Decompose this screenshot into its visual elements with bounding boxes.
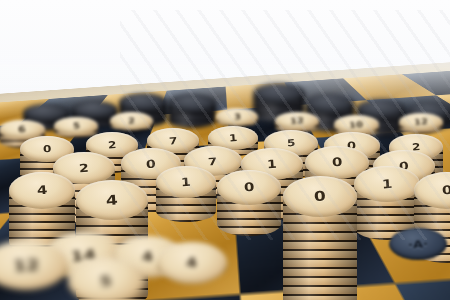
stack-top-disc: 12 — [399, 113, 443, 131]
stack-number-label: 0 — [243, 181, 254, 194]
stack-number-label: 2 — [127, 117, 135, 125]
stack-top-disc: 4 — [157, 242, 227, 284]
stack-top-disc: 4 — [76, 180, 148, 220]
stack-number-label: 4 — [186, 256, 198, 270]
stack-number-label: 6 — [18, 125, 26, 134]
stack-number-label: 12 — [290, 117, 304, 126]
stack-number-label: 1 — [381, 178, 392, 191]
stack-number-label: 2 — [79, 162, 90, 174]
pieces-layer: 6523121012027150220710044100101214544·A· — [0, 0, 450, 300]
wood-checker-stack: 1 — [156, 166, 216, 238]
stack-top-disc: 1 — [354, 166, 420, 202]
stack-number-label: ·A· — [408, 238, 429, 250]
stack-number-label: 7 — [208, 155, 218, 166]
stack-number-label: 1 — [181, 176, 192, 188]
stack-top-disc: 12 — [0, 240, 68, 290]
wood-checker-stack: 5 — [68, 258, 144, 300]
stack-number-label: 12 — [414, 118, 428, 127]
wood-checker-stack: 0 — [217, 170, 281, 253]
stack-number-label: 1 — [267, 158, 278, 170]
stack-top-disc: 0 — [217, 170, 281, 205]
stack-top-disc — [168, 94, 216, 113]
stack-top-disc: 5 — [68, 258, 144, 300]
stack-top-disc: 3 — [216, 108, 258, 126]
stack-number-label: 5 — [100, 274, 113, 288]
stack-top-disc: 12 — [275, 112, 319, 130]
stack-number-label: 1 — [228, 133, 237, 143]
gold-rim-checker-disc: 4 — [157, 242, 227, 300]
stack-top-disc: ·A· — [389, 228, 447, 260]
stack-top-disc: 4 — [9, 172, 75, 209]
stack-number-label: 3 — [233, 113, 241, 121]
stack-number-label: 0 — [331, 156, 342, 169]
stack-number-label: 0 — [441, 184, 450, 197]
stack-number-label: 5 — [286, 138, 295, 148]
stack-top-disc: 0 — [283, 176, 357, 217]
stack-top-disc — [253, 83, 305, 104]
gold-rim-checker-disc: 12 — [0, 240, 68, 300]
stack-top-disc — [119, 93, 167, 112]
black-checker-disc: ·A· — [389, 228, 447, 268]
stack-number-label: 4 — [36, 184, 47, 197]
stack-top-disc — [305, 94, 355, 114]
stack-number-label: 0 — [42, 144, 51, 154]
stack-number-label: 0 — [146, 158, 157, 170]
stack-number-label: 2 — [107, 139, 116, 149]
stack-top-disc: 1 — [156, 166, 216, 198]
stack-number-label: 0 — [314, 189, 327, 203]
stack-number-label: 7 — [168, 135, 177, 145]
stack-number-label: 12 — [12, 256, 39, 273]
stack-number-label: 5 — [72, 122, 80, 130]
checkers-photo-scene: 6523121012027150220710044100101214544·A· — [0, 0, 450, 300]
wood-checker-stack: 0 — [283, 176, 357, 300]
stack-number-label: 10 — [349, 120, 363, 129]
stack-number-label: 4 — [106, 193, 119, 207]
